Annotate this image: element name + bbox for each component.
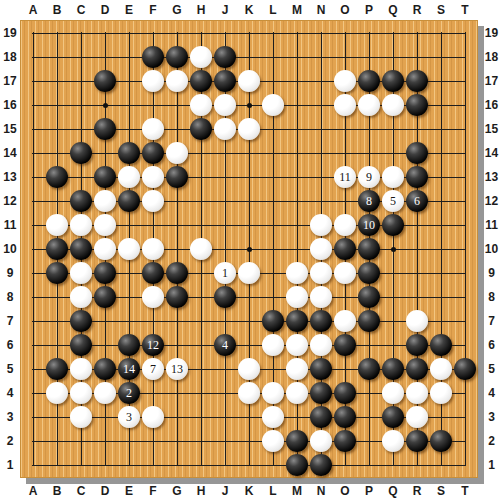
intersection-O19[interactable] (333, 21, 357, 45)
intersection-T12[interactable] (453, 189, 477, 213)
intersection-Q4[interactable] (381, 381, 405, 405)
intersection-T17[interactable] (453, 69, 477, 93)
intersection-H12[interactable] (189, 189, 213, 213)
intersection-Q17[interactable] (381, 69, 405, 93)
intersection-T9[interactable] (453, 261, 477, 285)
intersection-S18[interactable] (429, 45, 453, 69)
intersection-J13[interactable] (213, 165, 237, 189)
intersection-N12[interactable] (309, 189, 333, 213)
intersection-N6[interactable] (309, 333, 333, 357)
intersection-Q7[interactable] (381, 309, 405, 333)
intersection-F15[interactable] (141, 117, 165, 141)
intersection-J17[interactable] (213, 69, 237, 93)
intersection-F5[interactable]: 7 (141, 357, 165, 381)
intersection-N14[interactable] (309, 141, 333, 165)
intersection-D9[interactable] (93, 261, 117, 285)
intersection-M9[interactable] (285, 261, 309, 285)
intersection-H18[interactable] (189, 45, 213, 69)
intersection-D6[interactable] (93, 333, 117, 357)
intersection-N16[interactable] (309, 93, 333, 117)
intersection-O1[interactable] (333, 453, 357, 477)
intersection-F6[interactable]: 12 (141, 333, 165, 357)
intersection-C13[interactable] (69, 165, 93, 189)
intersection-E18[interactable] (117, 45, 141, 69)
intersection-D13[interactable] (93, 165, 117, 189)
intersection-C11[interactable] (69, 213, 93, 237)
intersection-N1[interactable] (309, 453, 333, 477)
intersection-R5[interactable] (405, 357, 429, 381)
intersection-H7[interactable] (189, 309, 213, 333)
intersection-F18[interactable] (141, 45, 165, 69)
intersection-S14[interactable] (429, 141, 453, 165)
intersection-F13[interactable] (141, 165, 165, 189)
intersection-E2[interactable] (117, 429, 141, 453)
intersection-O9[interactable] (333, 261, 357, 285)
intersection-G17[interactable] (165, 69, 189, 93)
intersection-D4[interactable] (93, 381, 117, 405)
intersection-F17[interactable] (141, 69, 165, 93)
intersection-K10[interactable] (237, 237, 261, 261)
intersection-G1[interactable] (165, 453, 189, 477)
intersection-M17[interactable] (285, 69, 309, 93)
intersection-M1[interactable] (285, 453, 309, 477)
intersection-L7[interactable] (261, 309, 285, 333)
intersection-R11[interactable] (405, 213, 429, 237)
intersection-R1[interactable] (405, 453, 429, 477)
intersection-B19[interactable] (45, 21, 69, 45)
intersection-G4[interactable] (165, 381, 189, 405)
intersection-J12[interactable] (213, 189, 237, 213)
intersection-F9[interactable] (141, 261, 165, 285)
intersection-S2[interactable] (429, 429, 453, 453)
intersection-B3[interactable] (45, 405, 69, 429)
intersection-L8[interactable] (261, 285, 285, 309)
intersection-A16[interactable] (21, 93, 45, 117)
intersection-M4[interactable] (285, 381, 309, 405)
intersection-G15[interactable] (165, 117, 189, 141)
intersection-S7[interactable] (429, 309, 453, 333)
intersection-F2[interactable] (141, 429, 165, 453)
intersection-O7[interactable] (333, 309, 357, 333)
intersection-H15[interactable] (189, 117, 213, 141)
intersection-R8[interactable] (405, 285, 429, 309)
intersection-S11[interactable] (429, 213, 453, 237)
intersection-O18[interactable] (333, 45, 357, 69)
intersection-T3[interactable] (453, 405, 477, 429)
intersection-K13[interactable] (237, 165, 261, 189)
intersection-L4[interactable] (261, 381, 285, 405)
intersection-F8[interactable] (141, 285, 165, 309)
intersection-O14[interactable] (333, 141, 357, 165)
intersection-B17[interactable] (45, 69, 69, 93)
intersection-D19[interactable] (93, 21, 117, 45)
intersection-M3[interactable] (285, 405, 309, 429)
intersection-K8[interactable] (237, 285, 261, 309)
intersection-C6[interactable] (69, 333, 93, 357)
intersection-H8[interactable] (189, 285, 213, 309)
intersection-L3[interactable] (261, 405, 285, 429)
intersection-K11[interactable] (237, 213, 261, 237)
intersection-E5[interactable]: 14 (117, 357, 141, 381)
intersection-Q8[interactable] (381, 285, 405, 309)
intersection-P16[interactable] (357, 93, 381, 117)
intersection-E19[interactable] (117, 21, 141, 45)
intersection-B12[interactable] (45, 189, 69, 213)
intersection-C16[interactable] (69, 93, 93, 117)
intersection-O10[interactable] (333, 237, 357, 261)
intersection-P7[interactable] (357, 309, 381, 333)
intersection-R12[interactable]: 6 (405, 189, 429, 213)
intersection-O16[interactable] (333, 93, 357, 117)
intersection-J2[interactable] (213, 429, 237, 453)
intersection-G19[interactable] (165, 21, 189, 45)
intersection-B4[interactable] (45, 381, 69, 405)
intersection-P11[interactable]: 10 (357, 213, 381, 237)
intersection-L17[interactable] (261, 69, 285, 93)
intersection-M12[interactable] (285, 189, 309, 213)
intersection-A12[interactable] (21, 189, 45, 213)
intersection-R19[interactable] (405, 21, 429, 45)
intersection-C3[interactable] (69, 405, 93, 429)
intersection-B16[interactable] (45, 93, 69, 117)
intersection-N4[interactable] (309, 381, 333, 405)
intersection-K3[interactable] (237, 405, 261, 429)
intersection-Q9[interactable] (381, 261, 405, 285)
intersection-E13[interactable] (117, 165, 141, 189)
intersection-T5[interactable] (453, 357, 477, 381)
intersection-N7[interactable] (309, 309, 333, 333)
intersection-H5[interactable] (189, 357, 213, 381)
intersection-S13[interactable] (429, 165, 453, 189)
intersection-C15[interactable] (69, 117, 93, 141)
intersection-N17[interactable] (309, 69, 333, 93)
intersection-K5[interactable] (237, 357, 261, 381)
intersection-T14[interactable] (453, 141, 477, 165)
intersection-D18[interactable] (93, 45, 117, 69)
intersection-T19[interactable] (453, 21, 477, 45)
intersection-D11[interactable] (93, 213, 117, 237)
intersection-J14[interactable] (213, 141, 237, 165)
intersection-T15[interactable] (453, 117, 477, 141)
intersection-E1[interactable] (117, 453, 141, 477)
intersection-O5[interactable] (333, 357, 357, 381)
intersection-T8[interactable] (453, 285, 477, 309)
intersection-L10[interactable] (261, 237, 285, 261)
intersection-T18[interactable] (453, 45, 477, 69)
intersection-O17[interactable] (333, 69, 357, 93)
intersection-S6[interactable] (429, 333, 453, 357)
intersection-F12[interactable] (141, 189, 165, 213)
intersection-G12[interactable] (165, 189, 189, 213)
intersection-M15[interactable] (285, 117, 309, 141)
intersection-A19[interactable] (21, 21, 45, 45)
intersection-G11[interactable] (165, 213, 189, 237)
intersection-O13[interactable]: 11 (333, 165, 357, 189)
intersection-J10[interactable] (213, 237, 237, 261)
intersection-J8[interactable] (213, 285, 237, 309)
intersection-G2[interactable] (165, 429, 189, 453)
intersection-Q2[interactable] (381, 429, 405, 453)
intersection-K4[interactable] (237, 381, 261, 405)
intersection-M14[interactable] (285, 141, 309, 165)
intersection-D5[interactable] (93, 357, 117, 381)
intersection-G7[interactable] (165, 309, 189, 333)
intersection-R17[interactable] (405, 69, 429, 93)
intersection-A2[interactable] (21, 429, 45, 453)
intersection-H14[interactable] (189, 141, 213, 165)
intersection-E10[interactable] (117, 237, 141, 261)
intersection-H6[interactable] (189, 333, 213, 357)
intersection-B18[interactable] (45, 45, 69, 69)
intersection-G6[interactable] (165, 333, 189, 357)
intersection-L18[interactable] (261, 45, 285, 69)
intersection-E8[interactable] (117, 285, 141, 309)
intersection-Q14[interactable] (381, 141, 405, 165)
intersection-C19[interactable] (69, 21, 93, 45)
intersection-S10[interactable] (429, 237, 453, 261)
intersection-M2[interactable] (285, 429, 309, 453)
intersection-A8[interactable] (21, 285, 45, 309)
intersection-H2[interactable] (189, 429, 213, 453)
intersection-Q5[interactable] (381, 357, 405, 381)
intersection-R16[interactable] (405, 93, 429, 117)
intersection-D16[interactable] (93, 93, 117, 117)
intersection-E11[interactable] (117, 213, 141, 237)
intersection-E17[interactable] (117, 69, 141, 93)
intersection-G16[interactable] (165, 93, 189, 117)
intersection-A3[interactable] (21, 405, 45, 429)
intersection-M8[interactable] (285, 285, 309, 309)
intersection-H3[interactable] (189, 405, 213, 429)
intersection-R4[interactable] (405, 381, 429, 405)
intersection-Q11[interactable] (381, 213, 405, 237)
intersection-H1[interactable] (189, 453, 213, 477)
intersection-L19[interactable] (261, 21, 285, 45)
intersection-R2[interactable] (405, 429, 429, 453)
intersection-C17[interactable] (69, 69, 93, 93)
intersection-J15[interactable] (213, 117, 237, 141)
intersection-N15[interactable] (309, 117, 333, 141)
intersection-K6[interactable] (237, 333, 261, 357)
intersection-A6[interactable] (21, 333, 45, 357)
intersection-T13[interactable] (453, 165, 477, 189)
intersection-R18[interactable] (405, 45, 429, 69)
intersection-T16[interactable] (453, 93, 477, 117)
intersection-N19[interactable] (309, 21, 333, 45)
intersection-K9[interactable] (237, 261, 261, 285)
intersection-Q19[interactable] (381, 21, 405, 45)
intersection-O12[interactable] (333, 189, 357, 213)
intersection-A4[interactable] (21, 381, 45, 405)
intersection-B9[interactable] (45, 261, 69, 285)
intersection-B14[interactable] (45, 141, 69, 165)
intersection-N5[interactable] (309, 357, 333, 381)
intersection-K14[interactable] (237, 141, 261, 165)
intersection-C9[interactable] (69, 261, 93, 285)
intersection-P2[interactable] (357, 429, 381, 453)
intersection-P1[interactable] (357, 453, 381, 477)
intersection-C4[interactable] (69, 381, 93, 405)
intersection-M5[interactable] (285, 357, 309, 381)
intersection-S19[interactable] (429, 21, 453, 45)
intersection-F16[interactable] (141, 93, 165, 117)
intersection-E14[interactable] (117, 141, 141, 165)
intersection-Q1[interactable] (381, 453, 405, 477)
intersection-J3[interactable] (213, 405, 237, 429)
intersection-R3[interactable] (405, 405, 429, 429)
intersection-H17[interactable] (189, 69, 213, 93)
intersection-B6[interactable] (45, 333, 69, 357)
intersection-J19[interactable] (213, 21, 237, 45)
intersection-Q15[interactable] (381, 117, 405, 141)
intersection-M16[interactable] (285, 93, 309, 117)
intersection-N3[interactable] (309, 405, 333, 429)
intersection-Q3[interactable] (381, 405, 405, 429)
intersection-G9[interactable] (165, 261, 189, 285)
intersection-R10[interactable] (405, 237, 429, 261)
intersection-J9[interactable]: 1 (213, 261, 237, 285)
intersection-C14[interactable] (69, 141, 93, 165)
intersection-K7[interactable] (237, 309, 261, 333)
intersection-L9[interactable] (261, 261, 285, 285)
intersection-O4[interactable] (333, 381, 357, 405)
intersection-C10[interactable] (69, 237, 93, 261)
intersection-O11[interactable] (333, 213, 357, 237)
intersection-G13[interactable] (165, 165, 189, 189)
intersection-J5[interactable] (213, 357, 237, 381)
intersection-D10[interactable] (93, 237, 117, 261)
intersection-C5[interactable] (69, 357, 93, 381)
intersection-C7[interactable] (69, 309, 93, 333)
intersection-D2[interactable] (93, 429, 117, 453)
intersection-P12[interactable]: 8 (357, 189, 381, 213)
intersection-F14[interactable] (141, 141, 165, 165)
intersection-C1[interactable] (69, 453, 93, 477)
intersection-T11[interactable] (453, 213, 477, 237)
intersection-J7[interactable] (213, 309, 237, 333)
intersection-A1[interactable] (21, 453, 45, 477)
intersection-Q6[interactable] (381, 333, 405, 357)
intersection-B15[interactable] (45, 117, 69, 141)
intersection-L2[interactable] (261, 429, 285, 453)
intersection-R7[interactable] (405, 309, 429, 333)
intersection-E6[interactable] (117, 333, 141, 357)
intersection-R13[interactable] (405, 165, 429, 189)
intersection-J16[interactable] (213, 93, 237, 117)
intersection-M13[interactable] (285, 165, 309, 189)
intersection-L12[interactable] (261, 189, 285, 213)
intersection-M11[interactable] (285, 213, 309, 237)
intersection-B7[interactable] (45, 309, 69, 333)
intersection-J4[interactable] (213, 381, 237, 405)
intersection-L5[interactable] (261, 357, 285, 381)
intersection-K19[interactable] (237, 21, 261, 45)
intersection-J1[interactable] (213, 453, 237, 477)
intersection-M10[interactable] (285, 237, 309, 261)
intersection-D3[interactable] (93, 405, 117, 429)
intersection-P9[interactable] (357, 261, 381, 285)
intersection-T2[interactable] (453, 429, 477, 453)
intersection-M6[interactable] (285, 333, 309, 357)
intersection-O6[interactable] (333, 333, 357, 357)
intersection-G14[interactable] (165, 141, 189, 165)
intersection-T4[interactable] (453, 381, 477, 405)
intersection-A7[interactable] (21, 309, 45, 333)
intersection-R14[interactable] (405, 141, 429, 165)
intersection-P15[interactable] (357, 117, 381, 141)
intersection-Q13[interactable] (381, 165, 405, 189)
intersection-F3[interactable] (141, 405, 165, 429)
intersection-R15[interactable] (405, 117, 429, 141)
intersection-S17[interactable] (429, 69, 453, 93)
intersection-N2[interactable] (309, 429, 333, 453)
intersection-B11[interactable] (45, 213, 69, 237)
intersection-E3[interactable]: 3 (117, 405, 141, 429)
intersection-C18[interactable] (69, 45, 93, 69)
intersection-P13[interactable]: 9 (357, 165, 381, 189)
intersection-J18[interactable] (213, 45, 237, 69)
intersection-F1[interactable] (141, 453, 165, 477)
intersection-G10[interactable] (165, 237, 189, 261)
intersection-D1[interactable] (93, 453, 117, 477)
intersection-L14[interactable] (261, 141, 285, 165)
intersection-D8[interactable] (93, 285, 117, 309)
intersection-H16[interactable] (189, 93, 213, 117)
intersection-F4[interactable] (141, 381, 165, 405)
intersection-P17[interactable] (357, 69, 381, 93)
intersection-B13[interactable] (45, 165, 69, 189)
intersection-H4[interactable] (189, 381, 213, 405)
intersection-L16[interactable] (261, 93, 285, 117)
intersection-R9[interactable] (405, 261, 429, 285)
intersection-N11[interactable] (309, 213, 333, 237)
intersection-L6[interactable] (261, 333, 285, 357)
intersection-J6[interactable]: 4 (213, 333, 237, 357)
intersection-F10[interactable] (141, 237, 165, 261)
intersection-N13[interactable] (309, 165, 333, 189)
intersection-A15[interactable] (21, 117, 45, 141)
intersection-J11[interactable] (213, 213, 237, 237)
intersection-P6[interactable] (357, 333, 381, 357)
intersection-O8[interactable] (333, 285, 357, 309)
intersection-P5[interactable] (357, 357, 381, 381)
intersection-S4[interactable] (429, 381, 453, 405)
intersection-F11[interactable] (141, 213, 165, 237)
intersection-H9[interactable] (189, 261, 213, 285)
intersection-A18[interactable] (21, 45, 45, 69)
intersection-A5[interactable] (21, 357, 45, 381)
intersection-H11[interactable] (189, 213, 213, 237)
intersection-A14[interactable] (21, 141, 45, 165)
intersection-B2[interactable] (45, 429, 69, 453)
intersection-O15[interactable] (333, 117, 357, 141)
intersection-C8[interactable] (69, 285, 93, 309)
intersection-P18[interactable] (357, 45, 381, 69)
intersection-A13[interactable] (21, 165, 45, 189)
intersection-O2[interactable] (333, 429, 357, 453)
intersection-G18[interactable] (165, 45, 189, 69)
intersection-A10[interactable] (21, 237, 45, 261)
intersection-P14[interactable] (357, 141, 381, 165)
intersection-K12[interactable] (237, 189, 261, 213)
intersection-S16[interactable] (429, 93, 453, 117)
intersection-Q10[interactable] (381, 237, 405, 261)
intersection-B1[interactable] (45, 453, 69, 477)
intersection-T10[interactable] (453, 237, 477, 261)
intersection-Q18[interactable] (381, 45, 405, 69)
intersection-D14[interactable] (93, 141, 117, 165)
intersection-E7[interactable] (117, 309, 141, 333)
